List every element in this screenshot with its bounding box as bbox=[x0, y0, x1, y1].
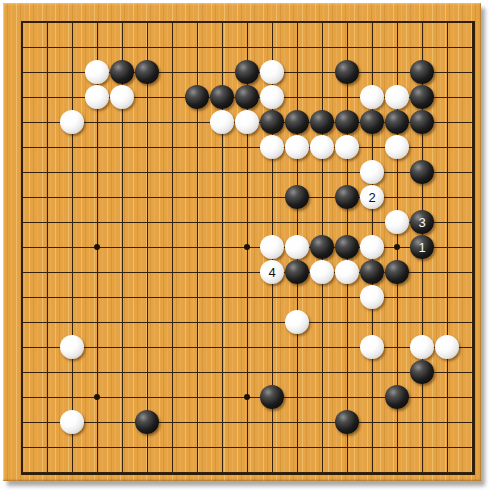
white-stone[interactable]: 2 bbox=[360, 185, 384, 209]
white-stone[interactable] bbox=[335, 135, 359, 159]
black-stone[interactable] bbox=[135, 60, 159, 84]
black-stone[interactable] bbox=[185, 85, 209, 109]
black-stone[interactable] bbox=[385, 260, 409, 284]
black-stone[interactable] bbox=[235, 85, 259, 109]
move-number-label: 3 bbox=[418, 216, 425, 229]
white-stone[interactable] bbox=[310, 135, 334, 159]
white-stone[interactable] bbox=[85, 85, 109, 109]
white-stone[interactable] bbox=[85, 60, 109, 84]
white-stone[interactable] bbox=[285, 235, 309, 259]
white-stone[interactable] bbox=[110, 85, 134, 109]
star-point bbox=[394, 244, 400, 250]
black-stone[interactable] bbox=[235, 60, 259, 84]
black-stone[interactable] bbox=[410, 160, 434, 184]
black-stone[interactable] bbox=[135, 410, 159, 434]
white-stone[interactable]: 4 bbox=[260, 260, 284, 284]
white-stone[interactable] bbox=[385, 135, 409, 159]
star-point bbox=[244, 394, 250, 400]
black-stone[interactable] bbox=[260, 110, 284, 134]
black-stone[interactable] bbox=[410, 85, 434, 109]
white-stone[interactable] bbox=[210, 110, 234, 134]
black-stone[interactable] bbox=[335, 235, 359, 259]
star-point bbox=[94, 244, 100, 250]
white-stone[interactable] bbox=[260, 235, 284, 259]
go-board[interactable]: 2314 bbox=[3, 3, 481, 481]
white-stone[interactable] bbox=[310, 260, 334, 284]
black-stone[interactable] bbox=[360, 110, 384, 134]
black-stone[interactable] bbox=[385, 385, 409, 409]
white-stone[interactable] bbox=[260, 60, 284, 84]
white-stone[interactable] bbox=[60, 110, 84, 134]
white-stone[interactable] bbox=[60, 335, 84, 359]
black-stone[interactable] bbox=[285, 260, 309, 284]
white-stone[interactable] bbox=[285, 310, 309, 334]
move-number-label: 1 bbox=[418, 241, 425, 254]
white-stone[interactable] bbox=[260, 135, 284, 159]
black-stone[interactable] bbox=[385, 110, 409, 134]
black-stone[interactable] bbox=[285, 110, 309, 134]
white-stone[interactable] bbox=[60, 410, 84, 434]
star-point bbox=[244, 244, 250, 250]
white-stone[interactable] bbox=[335, 260, 359, 284]
white-stone[interactable] bbox=[385, 210, 409, 234]
move-number-label: 2 bbox=[368, 191, 375, 204]
white-stone[interactable] bbox=[410, 335, 434, 359]
white-stone[interactable] bbox=[360, 335, 384, 359]
move-number-label: 4 bbox=[268, 266, 275, 279]
white-stone[interactable] bbox=[360, 85, 384, 109]
white-stone[interactable] bbox=[360, 285, 384, 309]
white-stone[interactable] bbox=[360, 235, 384, 259]
black-stone[interactable]: 3 bbox=[410, 210, 434, 234]
black-stone[interactable]: 1 bbox=[410, 235, 434, 259]
black-stone[interactable] bbox=[335, 410, 359, 434]
black-stone[interactable] bbox=[260, 385, 284, 409]
white-stone[interactable] bbox=[435, 335, 459, 359]
black-stone[interactable] bbox=[285, 185, 309, 209]
black-stone[interactable] bbox=[410, 360, 434, 384]
black-stone[interactable] bbox=[410, 110, 434, 134]
black-stone[interactable] bbox=[335, 185, 359, 209]
black-stone[interactable] bbox=[335, 110, 359, 134]
black-stone[interactable] bbox=[335, 60, 359, 84]
white-stone[interactable] bbox=[260, 85, 284, 109]
black-stone[interactable] bbox=[310, 235, 334, 259]
white-stone[interactable] bbox=[385, 85, 409, 109]
black-stone[interactable] bbox=[110, 60, 134, 84]
screenshot-root: { "game": "go", "board": { "size": 19, "… bbox=[0, 0, 500, 500]
white-stone[interactable] bbox=[235, 110, 259, 134]
white-stone[interactable] bbox=[360, 160, 384, 184]
black-stone[interactable] bbox=[310, 110, 334, 134]
white-stone[interactable] bbox=[285, 135, 309, 159]
black-stone[interactable] bbox=[410, 60, 434, 84]
black-stone[interactable] bbox=[210, 85, 234, 109]
star-point bbox=[94, 394, 100, 400]
black-stone[interactable] bbox=[360, 260, 384, 284]
